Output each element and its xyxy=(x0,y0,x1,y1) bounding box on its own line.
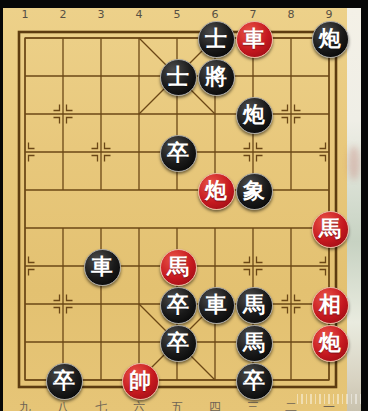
piece-black-horse[interactable]: 馬 xyxy=(236,325,273,362)
piece-black-soldier[interactable]: 卒 xyxy=(160,325,197,362)
piece-black-cannon[interactable]: 炮 xyxy=(236,97,273,134)
file-label-bottom-7: 三 xyxy=(247,401,259,411)
file-label-bottom-8: 二 xyxy=(285,401,297,411)
file-label-top-3: 3 xyxy=(98,9,105,21)
piece-black-elephant[interactable]: 象 xyxy=(236,173,273,210)
file-label-top-7: 7 xyxy=(250,9,257,21)
file-label-top-1: 1 xyxy=(22,9,29,21)
file-label-top-4: 4 xyxy=(136,9,143,21)
piece-black-soldier[interactable]: 卒 xyxy=(160,287,197,324)
file-label-bottom-3: 七 xyxy=(95,401,107,411)
file-label-bottom-5: 五 xyxy=(171,401,183,411)
file-label-top-5: 5 xyxy=(174,9,181,21)
file-label-bottom-4: 六 xyxy=(133,401,145,411)
piece-black-advisor[interactable]: 士 xyxy=(160,59,197,96)
piece-black-soldier[interactable]: 卒 xyxy=(46,363,83,400)
piece-black-chariot[interactable]: 車 xyxy=(198,287,235,324)
file-label-top-9: 9 xyxy=(326,9,333,21)
file-label-top-2: 2 xyxy=(60,9,67,21)
piece-black-advisor[interactable]: 士 xyxy=(198,21,235,58)
piece-black-general[interactable]: 將 xyxy=(198,59,235,96)
piece-black-horse[interactable]: 馬 xyxy=(236,287,273,324)
piece-red-chariot[interactable]: 車 xyxy=(236,21,273,58)
piece-red-horse[interactable]: 馬 xyxy=(312,211,349,248)
piece-black-cannon[interactable]: 炮 xyxy=(312,21,349,58)
file-label-bottom-1: 九 xyxy=(19,401,31,411)
piece-black-chariot[interactable]: 車 xyxy=(84,249,121,286)
file-label-top-8: 8 xyxy=(288,9,295,21)
xiangqi-app-screen: 123456789 九八七六五四三二一 士車炮士將炮卒炮象馬車馬卒車馬相卒馬炮卒… xyxy=(0,0,368,411)
piece-red-cannon[interactable]: 炮 xyxy=(312,325,349,362)
piece-black-soldier[interactable]: 卒 xyxy=(236,363,273,400)
piece-red-general[interactable]: 帥 xyxy=(122,363,159,400)
watermark xyxy=(297,394,361,404)
piece-red-cannon[interactable]: 炮 xyxy=(198,173,235,210)
piece-red-horse[interactable]: 馬 xyxy=(160,249,197,286)
file-label-top-6: 6 xyxy=(212,9,219,21)
file-label-bottom-6: 四 xyxy=(209,401,221,411)
piece-black-soldier[interactable]: 卒 xyxy=(160,135,197,172)
file-label-bottom-2: 八 xyxy=(57,401,69,411)
piece-red-elephant[interactable]: 相 xyxy=(312,287,349,324)
